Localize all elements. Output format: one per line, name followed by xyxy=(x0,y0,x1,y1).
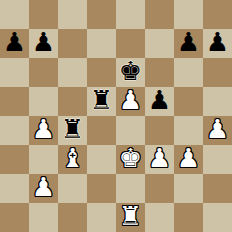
square-e8[interactable] xyxy=(116,0,145,29)
square-d5[interactable]: ♜ xyxy=(87,87,116,116)
square-h7[interactable]: ♟ xyxy=(203,29,232,58)
square-f6[interactable] xyxy=(145,58,174,87)
square-d8[interactable] xyxy=(87,0,116,29)
square-b6[interactable] xyxy=(29,58,58,87)
square-c7[interactable] xyxy=(58,29,87,58)
square-g2[interactable] xyxy=(174,174,203,203)
square-a3[interactable] xyxy=(0,145,29,174)
piece-white-pawn-g3[interactable]: ♟ xyxy=(177,144,200,173)
square-b4[interactable]: ♟ xyxy=(29,116,58,145)
square-a8[interactable] xyxy=(0,0,29,29)
square-d2[interactable] xyxy=(87,174,116,203)
square-b1[interactable] xyxy=(29,203,58,232)
square-h8[interactable] xyxy=(203,0,232,29)
square-c1[interactable] xyxy=(58,203,87,232)
chessboard-screenshot: ♟♟♟♟♚♜♟♟♟♜♟♝♚♟♟♟♜ xyxy=(0,0,232,232)
piece-white-rook-e1[interactable]: ♜ xyxy=(119,202,142,231)
square-h1[interactable] xyxy=(203,203,232,232)
square-e2[interactable] xyxy=(116,174,145,203)
square-g8[interactable] xyxy=(174,0,203,29)
square-d1[interactable] xyxy=(87,203,116,232)
square-a1[interactable] xyxy=(0,203,29,232)
square-c3[interactable]: ♝ xyxy=(58,145,87,174)
square-c4[interactable]: ♜ xyxy=(58,116,87,145)
piece-white-pawn-b2[interactable]: ♟ xyxy=(32,173,55,202)
square-h2[interactable] xyxy=(203,174,232,203)
square-f1[interactable] xyxy=(145,203,174,232)
piece-white-pawn-f3[interactable]: ♟ xyxy=(148,144,171,173)
square-f2[interactable] xyxy=(145,174,174,203)
square-e3[interactable]: ♚ xyxy=(116,145,145,174)
square-a4[interactable] xyxy=(0,116,29,145)
square-e1[interactable]: ♜ xyxy=(116,203,145,232)
square-h4[interactable]: ♟ xyxy=(203,116,232,145)
square-c8[interactable] xyxy=(58,0,87,29)
square-c6[interactable] xyxy=(58,58,87,87)
square-g6[interactable] xyxy=(174,58,203,87)
square-f3[interactable]: ♟ xyxy=(145,145,174,174)
square-h5[interactable] xyxy=(203,87,232,116)
square-f7[interactable] xyxy=(145,29,174,58)
square-f5[interactable]: ♟ xyxy=(145,87,174,116)
square-f8[interactable] xyxy=(145,0,174,29)
square-a7[interactable]: ♟ xyxy=(0,29,29,58)
square-b3[interactable] xyxy=(29,145,58,174)
piece-black-pawn-f5[interactable]: ♟ xyxy=(148,86,171,115)
piece-black-pawn-a7[interactable]: ♟ xyxy=(3,28,26,57)
square-a5[interactable] xyxy=(0,87,29,116)
square-f4[interactable] xyxy=(145,116,174,145)
square-c5[interactable] xyxy=(58,87,87,116)
square-e4[interactable] xyxy=(116,116,145,145)
square-g4[interactable] xyxy=(174,116,203,145)
piece-white-pawn-h4[interactable]: ♟ xyxy=(206,115,229,144)
square-h3[interactable] xyxy=(203,145,232,174)
square-b5[interactable] xyxy=(29,87,58,116)
square-h6[interactable] xyxy=(203,58,232,87)
square-d6[interactable] xyxy=(87,58,116,87)
square-e7[interactable] xyxy=(116,29,145,58)
piece-white-king-e3[interactable]: ♚ xyxy=(119,144,142,173)
piece-black-king-e6[interactable]: ♚ xyxy=(119,57,142,86)
square-d7[interactable] xyxy=(87,29,116,58)
square-g7[interactable]: ♟ xyxy=(174,29,203,58)
piece-black-rook-d5[interactable]: ♜ xyxy=(90,86,113,115)
square-b7[interactable]: ♟ xyxy=(29,29,58,58)
square-g3[interactable]: ♟ xyxy=(174,145,203,174)
square-d4[interactable] xyxy=(87,116,116,145)
piece-black-pawn-h7[interactable]: ♟ xyxy=(206,28,229,57)
square-g5[interactable] xyxy=(174,87,203,116)
piece-white-pawn-e5[interactable]: ♟ xyxy=(119,86,142,115)
chess-board: ♟♟♟♟♚♜♟♟♟♜♟♝♚♟♟♟♜ xyxy=(0,0,232,232)
square-d3[interactable] xyxy=(87,145,116,174)
square-a6[interactable] xyxy=(0,58,29,87)
square-c2[interactable] xyxy=(58,174,87,203)
piece-black-pawn-b7[interactable]: ♟ xyxy=(32,28,55,57)
square-g1[interactable] xyxy=(174,203,203,232)
piece-black-rook-c4[interactable]: ♜ xyxy=(61,115,84,144)
square-a2[interactable] xyxy=(0,174,29,203)
piece-black-pawn-g7[interactable]: ♟ xyxy=(177,28,200,57)
square-e6[interactable]: ♚ xyxy=(116,58,145,87)
square-b8[interactable] xyxy=(29,0,58,29)
piece-white-bishop-c3[interactable]: ♝ xyxy=(61,144,84,173)
square-b2[interactable]: ♟ xyxy=(29,174,58,203)
square-e5[interactable]: ♟ xyxy=(116,87,145,116)
piece-white-pawn-b4[interactable]: ♟ xyxy=(32,115,55,144)
